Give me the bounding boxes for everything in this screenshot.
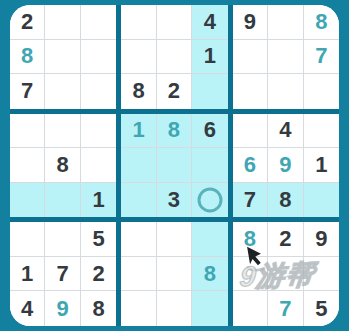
cell-r2c9[interactable]: 7 bbox=[304, 40, 339, 75]
cell-r1c6[interactable]: 4 bbox=[192, 5, 227, 40]
cell-r7c4[interactable] bbox=[121, 222, 156, 257]
cell-r3c6[interactable] bbox=[192, 74, 227, 109]
cell-r4c1[interactable] bbox=[10, 114, 45, 149]
cell-r9c8[interactable]: 7 bbox=[268, 291, 303, 326]
cell-r3c2[interactable] bbox=[45, 74, 80, 109]
cell-r3c3[interactable] bbox=[81, 74, 116, 109]
cell-r7c3[interactable]: 5 bbox=[81, 222, 116, 257]
cell-r9c7[interactable] bbox=[233, 291, 268, 326]
block-1: 287 bbox=[10, 5, 116, 109]
cell-r6c2[interactable] bbox=[45, 183, 80, 218]
cell-r5c5[interactable] bbox=[157, 148, 192, 183]
cell-r1c9[interactable]: 8 bbox=[304, 5, 339, 40]
cell-r9c2[interactable]: 9 bbox=[45, 291, 80, 326]
cell-r2c6[interactable]: 1 bbox=[192, 40, 227, 75]
cell-r2c7[interactable] bbox=[233, 40, 268, 75]
cell-r8c1[interactable]: 1 bbox=[10, 257, 45, 292]
cell-r8c8[interactable] bbox=[268, 257, 303, 292]
cell-r4c6[interactable]: 6 bbox=[192, 114, 227, 149]
cell-r4c2[interactable] bbox=[45, 114, 80, 149]
cell-r6c9[interactable] bbox=[304, 183, 339, 218]
cell-r9c3[interactable]: 8 bbox=[81, 291, 116, 326]
cell-r6c5[interactable]: 3 bbox=[157, 183, 192, 218]
cell-r6c3[interactable]: 1 bbox=[81, 183, 116, 218]
cell-r4c8[interactable]: 4 bbox=[268, 114, 303, 149]
cell-r3c9[interactable] bbox=[304, 74, 339, 109]
cell-r4c4[interactable]: 1 bbox=[121, 114, 156, 149]
sudoku-board: 28741829878118634691785172498882975 bbox=[10, 5, 339, 326]
cell-r4c3[interactable] bbox=[81, 114, 116, 149]
cell-r3c8[interactable] bbox=[268, 74, 303, 109]
cell-r8c3[interactable]: 2 bbox=[81, 257, 116, 292]
block-4: 81 bbox=[10, 114, 116, 218]
page-background: 28741829878118634691785172498882975 9游帮 bbox=[0, 0, 349, 331]
cell-r5c8[interactable]: 9 bbox=[268, 148, 303, 183]
block-5: 1863 bbox=[121, 114, 227, 218]
cell-r6c6[interactable] bbox=[192, 183, 227, 218]
cell-r7c2[interactable] bbox=[45, 222, 80, 257]
cell-r1c5[interactable] bbox=[157, 5, 192, 40]
cell-r2c3[interactable] bbox=[81, 40, 116, 75]
cell-r5c9[interactable]: 1 bbox=[304, 148, 339, 183]
cell-r8c9[interactable] bbox=[304, 257, 339, 292]
cell-r2c4[interactable] bbox=[121, 40, 156, 75]
cell-r5c2[interactable]: 8 bbox=[45, 148, 80, 183]
cell-r5c3[interactable] bbox=[81, 148, 116, 183]
cell-r3c1[interactable]: 7 bbox=[10, 74, 45, 109]
cell-r8c6[interactable]: 8 bbox=[192, 257, 227, 292]
cell-r9c4[interactable] bbox=[121, 291, 156, 326]
cell-r9c1[interactable]: 4 bbox=[10, 291, 45, 326]
cell-r8c4[interactable] bbox=[121, 257, 156, 292]
cell-r2c2[interactable] bbox=[45, 40, 80, 75]
block-7: 5172498 bbox=[10, 222, 116, 326]
block-8: 8 bbox=[121, 222, 227, 326]
cell-r5c4[interactable] bbox=[121, 148, 156, 183]
block-6: 469178 bbox=[233, 114, 339, 218]
cell-r5c6[interactable] bbox=[192, 148, 227, 183]
cell-r3c7[interactable] bbox=[233, 74, 268, 109]
cell-r5c1[interactable] bbox=[10, 148, 45, 183]
cell-r9c6[interactable] bbox=[192, 291, 227, 326]
cell-r5c7[interactable]: 6 bbox=[233, 148, 268, 183]
cell-r3c5[interactable]: 2 bbox=[157, 74, 192, 109]
cell-r4c7[interactable] bbox=[233, 114, 268, 149]
cell-r7c6[interactable] bbox=[192, 222, 227, 257]
cell-r8c5[interactable] bbox=[157, 257, 192, 292]
cell-r7c1[interactable] bbox=[10, 222, 45, 257]
block-2: 4182 bbox=[121, 5, 227, 109]
cell-r6c4[interactable] bbox=[121, 183, 156, 218]
cell-r7c8[interactable]: 2 bbox=[268, 222, 303, 257]
block-3: 987 bbox=[233, 5, 339, 109]
cell-r9c9[interactable]: 5 bbox=[304, 291, 339, 326]
cell-r7c9[interactable]: 9 bbox=[304, 222, 339, 257]
cell-r1c2[interactable] bbox=[45, 5, 80, 40]
cell-r6c8[interactable]: 8 bbox=[268, 183, 303, 218]
cell-r4c9[interactable] bbox=[304, 114, 339, 149]
cell-r1c3[interactable] bbox=[81, 5, 116, 40]
cell-r9c5[interactable] bbox=[157, 291, 192, 326]
cell-r4c5[interactable]: 8 bbox=[157, 114, 192, 149]
cell-r2c1[interactable]: 8 bbox=[10, 40, 45, 75]
cell-r1c7[interactable]: 9 bbox=[233, 5, 268, 40]
cell-r7c5[interactable] bbox=[157, 222, 192, 257]
cell-r7c7[interactable]: 8 bbox=[233, 222, 268, 257]
cell-r8c2[interactable]: 7 bbox=[45, 257, 80, 292]
cell-r2c5[interactable] bbox=[157, 40, 192, 75]
selected-cell-ring bbox=[197, 188, 222, 213]
block-9: 82975 bbox=[233, 222, 339, 326]
cell-r2c8[interactable] bbox=[268, 40, 303, 75]
cell-r1c8[interactable] bbox=[268, 5, 303, 40]
cell-r6c7[interactable]: 7 bbox=[233, 183, 268, 218]
cell-r3c4[interactable]: 8 bbox=[121, 74, 156, 109]
cell-r1c1[interactable]: 2 bbox=[10, 5, 45, 40]
cell-r6c1[interactable] bbox=[10, 183, 45, 218]
cell-r8c7[interactable] bbox=[233, 257, 268, 292]
cell-r1c4[interactable] bbox=[121, 5, 156, 40]
